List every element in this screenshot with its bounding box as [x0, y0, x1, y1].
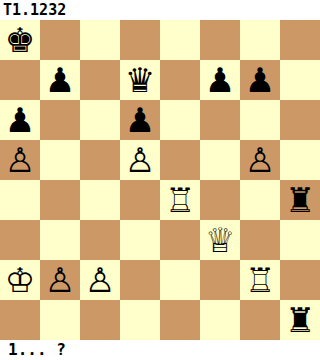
square-b1[interactable] [40, 300, 80, 340]
square-d6[interactable]: ♟ [120, 100, 160, 140]
puzzle-id: T1.1232 [0, 0, 320, 20]
piece-bP-b7: ♟ [45, 60, 75, 100]
square-h8[interactable] [280, 20, 320, 60]
square-g2[interactable]: ♖ [240, 260, 280, 300]
square-g1[interactable] [240, 300, 280, 340]
piece-bP-a6: ♟ [5, 100, 35, 140]
square-h6[interactable] [280, 100, 320, 140]
square-c4[interactable] [80, 180, 120, 220]
piece-bP-d6: ♟ [125, 100, 155, 140]
square-a5[interactable]: ♙ [0, 140, 40, 180]
square-e5[interactable] [160, 140, 200, 180]
square-f5[interactable] [200, 140, 240, 180]
square-b8[interactable] [40, 20, 80, 60]
square-g6[interactable] [240, 100, 280, 140]
square-a4[interactable] [0, 180, 40, 220]
chess-puzzle-screen: T1.1232 ♚♟♛♟♟♟♟♙♙♙♖♜♕♔♙♙♖♜ 1... ? [0, 0, 320, 360]
square-h4[interactable]: ♜ [280, 180, 320, 220]
square-f3[interactable]: ♕ [200, 220, 240, 260]
square-c8[interactable] [80, 20, 120, 60]
square-h5[interactable] [280, 140, 320, 180]
move-prompt: 1... ? [0, 340, 320, 360]
square-e6[interactable] [160, 100, 200, 140]
piece-wR-g2: ♖ [245, 260, 275, 300]
square-h2[interactable] [280, 260, 320, 300]
square-e3[interactable] [160, 220, 200, 260]
square-b2[interactable]: ♙ [40, 260, 80, 300]
piece-bK-a8: ♚ [5, 20, 35, 60]
piece-wP-c2: ♙ [85, 260, 115, 300]
piece-wP-g5: ♙ [245, 140, 275, 180]
square-b4[interactable] [40, 180, 80, 220]
square-f8[interactable] [200, 20, 240, 60]
piece-wK-a2: ♔ [5, 260, 35, 300]
square-e8[interactable] [160, 20, 200, 60]
square-h7[interactable] [280, 60, 320, 100]
square-c3[interactable] [80, 220, 120, 260]
piece-wP-a5: ♙ [5, 140, 35, 180]
chess-board: ♚♟♛♟♟♟♟♙♙♙♖♜♕♔♙♙♖♜ [0, 20, 320, 340]
square-c6[interactable] [80, 100, 120, 140]
square-d3[interactable] [120, 220, 160, 260]
square-b7[interactable]: ♟ [40, 60, 80, 100]
square-f2[interactable] [200, 260, 240, 300]
square-a7[interactable] [0, 60, 40, 100]
square-h3[interactable] [280, 220, 320, 260]
piece-bP-f7: ♟ [205, 60, 235, 100]
square-a8[interactable]: ♚ [0, 20, 40, 60]
square-e4[interactable]: ♖ [160, 180, 200, 220]
square-d1[interactable] [120, 300, 160, 340]
square-g5[interactable]: ♙ [240, 140, 280, 180]
square-g7[interactable]: ♟ [240, 60, 280, 100]
square-g3[interactable] [240, 220, 280, 260]
piece-wR-e4: ♖ [165, 180, 195, 220]
square-d4[interactable] [120, 180, 160, 220]
square-f6[interactable] [200, 100, 240, 140]
square-a6[interactable]: ♟ [0, 100, 40, 140]
piece-wP-b2: ♙ [45, 260, 75, 300]
square-e2[interactable] [160, 260, 200, 300]
square-a1[interactable] [0, 300, 40, 340]
square-d7[interactable]: ♛ [120, 60, 160, 100]
piece-bR-h1: ♜ [285, 300, 315, 340]
square-e1[interactable] [160, 300, 200, 340]
square-h1[interactable]: ♜ [280, 300, 320, 340]
square-d5[interactable]: ♙ [120, 140, 160, 180]
square-c5[interactable] [80, 140, 120, 180]
square-e7[interactable] [160, 60, 200, 100]
square-f7[interactable]: ♟ [200, 60, 240, 100]
square-c7[interactable] [80, 60, 120, 100]
piece-bR-h4: ♜ [285, 180, 315, 220]
square-d2[interactable] [120, 260, 160, 300]
square-a3[interactable] [0, 220, 40, 260]
piece-bQ-d7: ♛ [125, 60, 155, 100]
square-a2[interactable]: ♔ [0, 260, 40, 300]
piece-wQ-f3: ♕ [205, 220, 235, 260]
square-c2[interactable]: ♙ [80, 260, 120, 300]
piece-bP-g7: ♟ [245, 60, 275, 100]
square-b5[interactable] [40, 140, 80, 180]
piece-wP-d5: ♙ [125, 140, 155, 180]
square-c1[interactable] [80, 300, 120, 340]
square-f1[interactable] [200, 300, 240, 340]
square-b3[interactable] [40, 220, 80, 260]
square-d8[interactable] [120, 20, 160, 60]
square-g8[interactable] [240, 20, 280, 60]
square-f4[interactable] [200, 180, 240, 220]
square-b6[interactable] [40, 100, 80, 140]
square-g4[interactable] [240, 180, 280, 220]
